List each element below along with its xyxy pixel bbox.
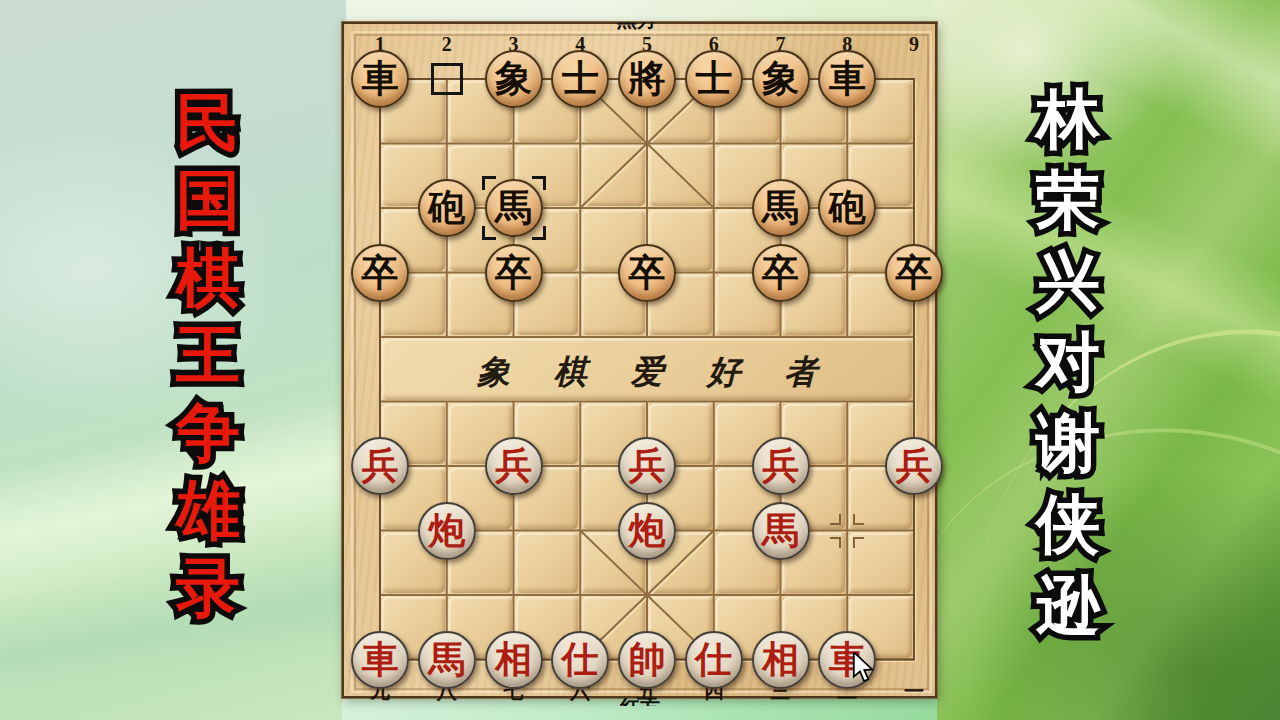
banner-char: [1026, 159, 1110, 240]
banner-char: [166, 472, 250, 550]
piece-black-r4c1[interactable]: 卒: [351, 244, 409, 302]
piece-black-r4c9[interactable]: 卒: [885, 244, 943, 302]
river-char: 好: [707, 350, 740, 395]
piece-black-r3c2[interactable]: 砲: [418, 179, 476, 237]
banner-char: [166, 162, 250, 240]
river-char: 者: [784, 350, 817, 395]
piece-black-r1c7[interactable]: 象: [752, 50, 810, 108]
piece-red-r8c2[interactable]: 炮: [418, 502, 476, 560]
river-char: 爱: [631, 350, 664, 395]
banner-char: [166, 394, 250, 472]
piece-red-r10c4[interactable]: 仕: [551, 631, 609, 689]
clipped-label-top: 黑方: [617, 22, 661, 31]
piece-black-r4c3[interactable]: 卒: [485, 244, 543, 302]
banner-char: [1026, 402, 1110, 483]
left-bg-glow: [0, 120, 300, 420]
piece-black-r4c5[interactable]: 卒: [618, 244, 676, 302]
piece-red-r10c5[interactable]: 帥: [618, 631, 676, 689]
piece-red-r10c3[interactable]: 相: [485, 631, 543, 689]
file-label-top: 9: [894, 33, 934, 56]
mouse-cursor-icon: [852, 652, 876, 688]
left-title-banner: [166, 84, 250, 627]
piece-red-r7c7[interactable]: 兵: [752, 437, 810, 495]
piece-black-r1c6[interactable]: 士: [685, 50, 743, 108]
river-text: 象棋爱好者: [477, 350, 817, 395]
piece-black-r3c7[interactable]: 馬: [752, 179, 810, 237]
piece-red-r10c6[interactable]: 仕: [685, 631, 743, 689]
last-move-destination-marker: [485, 179, 543, 237]
piece-red-r10c1[interactable]: 車: [351, 631, 409, 689]
piece-black-r1c8[interactable]: 車: [818, 50, 876, 108]
piece-red-r10c2[interactable]: 馬: [418, 631, 476, 689]
piece-red-r8c5[interactable]: 炮: [618, 502, 676, 560]
piece-black-r1c1[interactable]: 車: [351, 50, 409, 108]
banner-char: [166, 549, 250, 627]
banner-char: [1026, 321, 1110, 402]
river-char: 棋: [554, 350, 587, 395]
piece-red-r7c9[interactable]: 兵: [885, 437, 943, 495]
banner-char: [166, 84, 250, 162]
piece-red-r10c7[interactable]: 相: [752, 631, 810, 689]
piece-red-r7c3[interactable]: 兵: [485, 437, 543, 495]
piece-black-r1c3[interactable]: 象: [485, 50, 543, 108]
screen: { "game": "xiangqi", "position": { "fen"…: [0, 0, 1280, 720]
piece-red-r7c5[interactable]: 兵: [618, 437, 676, 495]
banner-char: [166, 317, 250, 395]
banner-char: [1026, 78, 1110, 159]
piece-red-r7c1[interactable]: 兵: [351, 437, 409, 495]
xiangqi-board[interactable]: 123456789九八七六五四三二一象棋爱好者車象士將士象車砲馬馬砲卒卒卒卒卒兵…: [342, 22, 937, 698]
banner-char: [166, 239, 250, 317]
right-bg-shadow: [960, 460, 1280, 720]
clipped-label-bottom: 红方: [620, 698, 662, 706]
piece-black-r4c7[interactable]: 卒: [752, 244, 810, 302]
piece-black-r1c5[interactable]: 將: [618, 50, 676, 108]
file-label-top: 2: [427, 33, 467, 56]
players-banner: [1026, 78, 1110, 645]
rank-label-bottom: 一: [892, 678, 936, 705]
piece-red-r8c7[interactable]: 馬: [752, 502, 810, 560]
piece-black-r1c4[interactable]: 士: [551, 50, 609, 108]
river-char: 象: [477, 350, 510, 395]
last-move-origin-marker: [431, 63, 463, 95]
banner-char: [1026, 483, 1110, 564]
piece-black-r3c8[interactable]: 砲: [818, 179, 876, 237]
cannon-point-marker: [830, 514, 864, 548]
banner-char: [1026, 564, 1110, 645]
banner-char: [1026, 240, 1110, 321]
